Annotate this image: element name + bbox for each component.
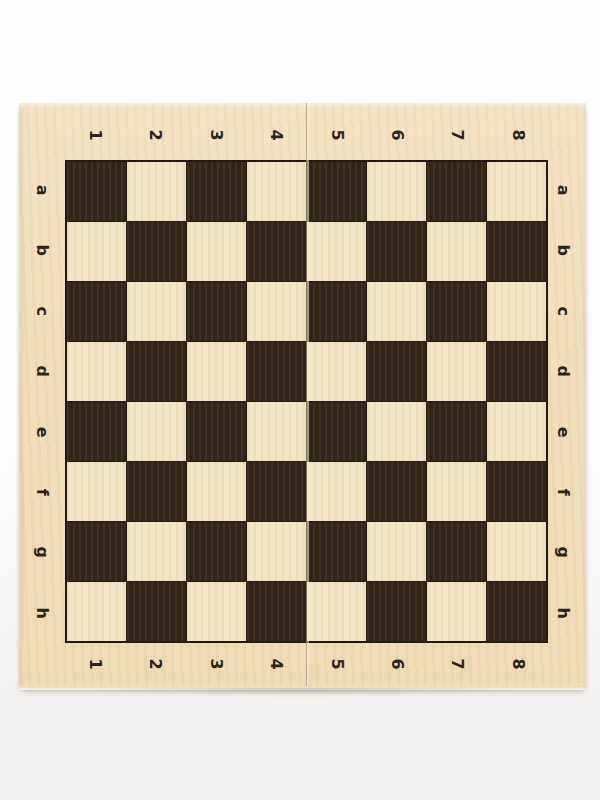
- coordinates-right: abcdefgh: [545, 160, 581, 643]
- coord-top-7: 7: [435, 105, 479, 165]
- square-g3: [187, 522, 246, 581]
- square-h1: [67, 582, 126, 641]
- square-g4: [247, 522, 306, 581]
- square-h2: [127, 582, 186, 641]
- coord-left-g: g: [12, 534, 72, 570]
- square-a1: [67, 162, 126, 221]
- square-b1: [67, 222, 126, 281]
- square-b3: [187, 222, 246, 281]
- coordinates-left: abcdefgh: [24, 160, 60, 643]
- coordinates-bottom: 12345678: [65, 644, 548, 684]
- square-e5: [307, 402, 366, 461]
- square-f3: [187, 462, 246, 521]
- square-d6: [367, 342, 426, 401]
- square-h7: [427, 582, 486, 641]
- chessboard: 12345678 12345678 abcdefgh abcdefgh: [19, 103, 586, 688]
- square-d3: [187, 342, 246, 401]
- coord-left-h: h: [12, 595, 72, 631]
- coord-top-3: 3: [194, 105, 238, 165]
- square-c7: [427, 282, 486, 341]
- coord-left-a: a: [12, 172, 72, 208]
- square-d7: [427, 342, 486, 401]
- square-b2: [127, 222, 186, 281]
- square-c8: [487, 282, 546, 341]
- coord-top-5: 5: [315, 105, 359, 165]
- square-e4: [247, 402, 306, 461]
- square-g1: [67, 522, 126, 581]
- square-d4: [247, 342, 306, 401]
- square-b4: [247, 222, 306, 281]
- square-c6: [367, 282, 426, 341]
- square-d1: [67, 342, 126, 401]
- square-g7: [427, 522, 486, 581]
- square-h6: [367, 582, 426, 641]
- square-e6: [367, 402, 426, 461]
- square-c1: [67, 282, 126, 341]
- square-a3: [187, 162, 246, 221]
- square-c4: [247, 282, 306, 341]
- square-b8: [487, 222, 546, 281]
- coord-left-f: f: [12, 474, 72, 510]
- square-h3: [187, 582, 246, 641]
- coord-top-8: 8: [496, 105, 540, 165]
- square-h4: [247, 582, 306, 641]
- coord-top-6: 6: [375, 105, 419, 165]
- square-b6: [367, 222, 426, 281]
- square-f2: [127, 462, 186, 521]
- coord-left-d: d: [12, 353, 72, 389]
- board-grid: [65, 160, 548, 643]
- square-d8: [487, 342, 546, 401]
- square-c2: [127, 282, 186, 341]
- square-a7: [427, 162, 486, 221]
- square-e7: [427, 402, 486, 461]
- square-a2: [127, 162, 186, 221]
- square-c5: [307, 282, 366, 341]
- coord-top-4: 4: [254, 105, 298, 165]
- square-d2: [127, 342, 186, 401]
- coord-left-c: c: [12, 293, 72, 329]
- square-h8: [487, 582, 546, 641]
- square-f4: [247, 462, 306, 521]
- square-e2: [127, 402, 186, 461]
- square-g2: [127, 522, 186, 581]
- coord-left-e: e: [12, 414, 72, 450]
- coordinates-top: 12345678: [65, 113, 548, 157]
- square-c3: [187, 282, 246, 341]
- square-e8: [487, 402, 546, 461]
- square-g5: [307, 522, 366, 581]
- square-f5: [307, 462, 366, 521]
- square-a4: [247, 162, 306, 221]
- square-b7: [427, 222, 486, 281]
- square-g8: [487, 522, 546, 581]
- square-a6: [367, 162, 426, 221]
- coord-top-2: 2: [134, 105, 178, 165]
- square-a8: [487, 162, 546, 221]
- square-e3: [187, 402, 246, 461]
- square-e1: [67, 402, 126, 461]
- square-f1: [67, 462, 126, 521]
- square-h5: [307, 582, 366, 641]
- square-a5: [307, 162, 366, 221]
- coord-top-1: 1: [73, 105, 117, 165]
- square-d5: [307, 342, 366, 401]
- square-f6: [367, 462, 426, 521]
- coord-left-b: b: [12, 233, 72, 269]
- square-f7: [427, 462, 486, 521]
- square-g6: [367, 522, 426, 581]
- square-b5: [307, 222, 366, 281]
- square-f8: [487, 462, 546, 521]
